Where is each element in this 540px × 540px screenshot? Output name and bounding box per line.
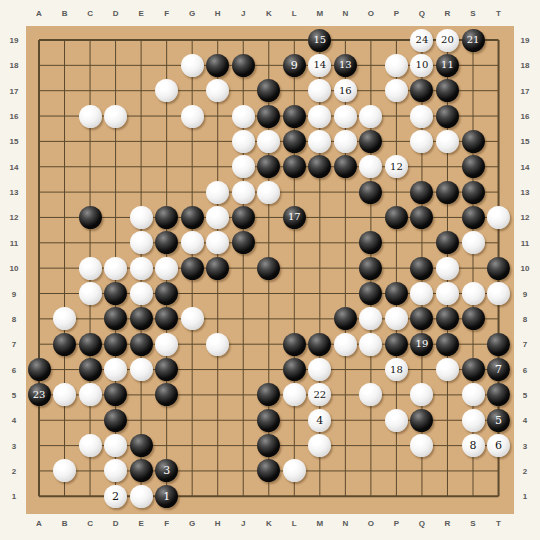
coord-label-top-M: M bbox=[316, 9, 323, 18]
move-number: 18 bbox=[390, 365, 403, 375]
stone-black: 5 bbox=[487, 409, 510, 432]
coord-label-right-11: 11 bbox=[521, 238, 529, 247]
stone-black bbox=[130, 333, 153, 356]
move-number: 16 bbox=[339, 86, 352, 96]
coord-label-right-15: 15 bbox=[521, 137, 530, 146]
move-number: 5 bbox=[495, 415, 502, 426]
stone-black bbox=[104, 409, 127, 432]
coord-label-left-14: 14 bbox=[10, 162, 19, 171]
stone-white bbox=[462, 231, 485, 254]
coord-label-right-3: 3 bbox=[523, 441, 527, 450]
coord-label-right-1: 1 bbox=[523, 492, 527, 501]
coord-label-right-2: 2 bbox=[523, 466, 527, 475]
coord-label-top-N: N bbox=[342, 9, 348, 18]
stone-white bbox=[334, 130, 357, 153]
move-number: 17 bbox=[288, 212, 301, 222]
stone-black bbox=[462, 181, 485, 204]
coord-label-left-10: 10 bbox=[10, 264, 19, 273]
coord-label-left-2: 2 bbox=[12, 466, 16, 475]
coord-label-bottom-J: J bbox=[241, 519, 245, 528]
stone-black bbox=[462, 155, 485, 178]
stone-black bbox=[104, 333, 127, 356]
stone-black: 7 bbox=[487, 358, 510, 381]
stone-black bbox=[104, 282, 127, 305]
coord-label-bottom-F: F bbox=[164, 519, 169, 528]
stone-white bbox=[181, 105, 204, 128]
stone-white bbox=[155, 257, 178, 280]
coord-label-top-O: O bbox=[368, 9, 374, 18]
stone-black bbox=[79, 358, 102, 381]
stone-white bbox=[232, 181, 255, 204]
stone-black bbox=[436, 333, 459, 356]
stone-black bbox=[257, 105, 280, 128]
stone-white: 24 bbox=[410, 29, 433, 52]
stone-black bbox=[79, 206, 102, 229]
stone-black bbox=[283, 333, 306, 356]
coord-label-left-5: 5 bbox=[12, 390, 16, 399]
stone-black: 11 bbox=[436, 54, 459, 77]
stone-black bbox=[130, 459, 153, 482]
stone-black bbox=[385, 206, 408, 229]
stone-black bbox=[181, 257, 204, 280]
coord-label-bottom-K: K bbox=[266, 519, 272, 528]
stone-black bbox=[359, 181, 382, 204]
stone-white bbox=[155, 333, 178, 356]
stone-white bbox=[487, 206, 510, 229]
stone-white: 16 bbox=[334, 79, 357, 102]
stone-white bbox=[181, 231, 204, 254]
coord-label-left-3: 3 bbox=[12, 441, 16, 450]
coord-label-bottom-B: B bbox=[62, 519, 68, 528]
move-number: 7 bbox=[495, 364, 502, 375]
stone-white bbox=[257, 130, 280, 153]
stone-white bbox=[130, 257, 153, 280]
stone-white bbox=[130, 358, 153, 381]
stone-white bbox=[79, 282, 102, 305]
stone-black bbox=[155, 206, 178, 229]
move-number: 14 bbox=[313, 60, 326, 70]
stone-white bbox=[181, 307, 204, 330]
coord-label-left-12: 12 bbox=[10, 213, 19, 222]
stone-black bbox=[283, 155, 306, 178]
stone-white bbox=[487, 282, 510, 305]
stone-white bbox=[206, 181, 229, 204]
coord-label-bottom-P: P bbox=[394, 519, 399, 528]
stone-white bbox=[436, 257, 459, 280]
stone-white bbox=[385, 409, 408, 432]
move-number: 11 bbox=[441, 60, 454, 70]
move-number: 15 bbox=[313, 35, 326, 45]
stone-white bbox=[334, 105, 357, 128]
move-number: 22 bbox=[313, 390, 326, 400]
coord-label-bottom-R: R bbox=[445, 519, 451, 528]
coord-label-left-9: 9 bbox=[12, 289, 16, 298]
coord-label-top-T: T bbox=[496, 9, 501, 18]
stone-black bbox=[385, 282, 408, 305]
stone-black bbox=[436, 79, 459, 102]
stone-white bbox=[104, 257, 127, 280]
stone-white bbox=[462, 383, 485, 406]
stone-white bbox=[436, 282, 459, 305]
stone-white bbox=[385, 54, 408, 77]
coord-label-right-14: 14 bbox=[521, 162, 530, 171]
stone-black bbox=[283, 358, 306, 381]
stone-black bbox=[436, 105, 459, 128]
coord-label-left-17: 17 bbox=[10, 86, 19, 95]
move-number: 12 bbox=[390, 162, 403, 172]
stone-black: 9 bbox=[283, 54, 306, 77]
move-number: 9 bbox=[291, 60, 298, 71]
coord-label-right-12: 12 bbox=[521, 213, 530, 222]
stone-white bbox=[206, 206, 229, 229]
coord-label-right-9: 9 bbox=[523, 289, 527, 298]
stone-black bbox=[206, 257, 229, 280]
stone-black: 15 bbox=[308, 29, 331, 52]
stone-black bbox=[232, 206, 255, 229]
coord-label-top-B: B bbox=[62, 9, 68, 18]
stone-white bbox=[462, 409, 485, 432]
stone-black bbox=[462, 358, 485, 381]
stone-white bbox=[79, 257, 102, 280]
coord-label-top-K: K bbox=[266, 9, 272, 18]
move-number: 6 bbox=[495, 440, 502, 451]
stone-white bbox=[130, 231, 153, 254]
stone-black bbox=[130, 434, 153, 457]
stone-black bbox=[28, 358, 51, 381]
coord-label-right-10: 10 bbox=[521, 264, 530, 273]
coord-label-left-15: 15 bbox=[10, 137, 19, 146]
coord-label-top-H: H bbox=[215, 9, 221, 18]
coord-label-right-8: 8 bbox=[523, 314, 527, 323]
stone-black bbox=[410, 181, 433, 204]
stone-white bbox=[104, 105, 127, 128]
stone-white bbox=[308, 105, 331, 128]
stone-black bbox=[232, 231, 255, 254]
move-number: 2 bbox=[112, 491, 119, 502]
coord-label-bottom-O: O bbox=[368, 519, 374, 528]
stone-black bbox=[308, 333, 331, 356]
stone-black bbox=[283, 105, 306, 128]
move-number: 13 bbox=[339, 60, 352, 70]
coord-label-bottom-N: N bbox=[342, 519, 348, 528]
move-number: 4 bbox=[316, 415, 323, 426]
stone-white bbox=[334, 333, 357, 356]
coord-label-right-16: 16 bbox=[521, 112, 530, 121]
coord-label-left-19: 19 bbox=[10, 36, 19, 45]
stone-white bbox=[104, 358, 127, 381]
coord-label-right-6: 6 bbox=[523, 365, 527, 374]
stone-white bbox=[130, 282, 153, 305]
coord-label-left-13: 13 bbox=[10, 188, 19, 197]
go-diagram: AABBCCDDEEFFGGHHJJKKLLMMNNOOPPQQRRSSTT19… bbox=[0, 0, 540, 540]
coord-label-top-Q: Q bbox=[419, 9, 425, 18]
stone-black: 13 bbox=[334, 54, 357, 77]
move-number: 20 bbox=[441, 35, 454, 45]
coord-label-top-A: A bbox=[36, 9, 42, 18]
coord-label-top-E: E bbox=[138, 9, 143, 18]
stone-white bbox=[79, 105, 102, 128]
coord-label-left-8: 8 bbox=[12, 314, 16, 323]
stone-black: 21 bbox=[462, 29, 485, 52]
coord-label-bottom-T: T bbox=[496, 519, 501, 528]
stone-white bbox=[181, 54, 204, 77]
stone-black bbox=[487, 333, 510, 356]
stone-black bbox=[487, 257, 510, 280]
coord-label-top-C: C bbox=[87, 9, 93, 18]
coord-label-top-D: D bbox=[113, 9, 119, 18]
coord-label-bottom-H: H bbox=[215, 519, 221, 528]
stone-black: 23 bbox=[28, 383, 51, 406]
stone-black bbox=[462, 130, 485, 153]
stone-white: 20 bbox=[436, 29, 459, 52]
coord-label-right-7: 7 bbox=[523, 340, 527, 349]
move-number: 3 bbox=[163, 465, 170, 476]
move-number: 1 bbox=[163, 491, 170, 502]
coord-label-left-16: 16 bbox=[10, 112, 19, 121]
stone-black bbox=[257, 409, 280, 432]
move-number: 24 bbox=[416, 35, 429, 45]
stone-white bbox=[206, 333, 229, 356]
stone-black bbox=[181, 206, 204, 229]
coord-label-left-1: 1 bbox=[12, 492, 16, 501]
coord-label-bottom-E: E bbox=[138, 519, 143, 528]
stone-white bbox=[410, 105, 433, 128]
stone-white: 18 bbox=[385, 358, 408, 381]
coord-label-left-7: 7 bbox=[12, 340, 16, 349]
stone-white bbox=[232, 130, 255, 153]
stone-black bbox=[462, 307, 485, 330]
coord-label-right-19: 19 bbox=[521, 36, 530, 45]
coord-label-bottom-S: S bbox=[470, 519, 475, 528]
stone-white bbox=[130, 485, 153, 508]
stone-white bbox=[385, 79, 408, 102]
stone-white: 8 bbox=[462, 434, 485, 457]
stone-white bbox=[257, 181, 280, 204]
stone-black bbox=[155, 282, 178, 305]
move-number: 19 bbox=[416, 339, 429, 349]
coord-label-left-11: 11 bbox=[10, 238, 18, 247]
stone-white bbox=[130, 206, 153, 229]
coord-label-bottom-G: G bbox=[189, 519, 195, 528]
stone-black bbox=[359, 257, 382, 280]
coord-label-right-13: 13 bbox=[521, 188, 530, 197]
stone-black bbox=[79, 333, 102, 356]
coord-label-top-F: F bbox=[164, 9, 169, 18]
stone-white: 4 bbox=[308, 409, 331, 432]
stone-black bbox=[410, 257, 433, 280]
coord-label-top-P: P bbox=[394, 9, 399, 18]
coord-label-top-R: R bbox=[445, 9, 451, 18]
stone-white bbox=[79, 434, 102, 457]
stone-black bbox=[385, 333, 408, 356]
coord-label-top-J: J bbox=[241, 9, 245, 18]
coord-label-top-L: L bbox=[292, 9, 297, 18]
stone-white bbox=[436, 130, 459, 153]
coord-label-right-18: 18 bbox=[521, 61, 530, 70]
stone-white bbox=[462, 282, 485, 305]
coord-label-left-4: 4 bbox=[12, 416, 16, 425]
move-number: 10 bbox=[416, 60, 429, 70]
coord-label-top-S: S bbox=[470, 9, 475, 18]
move-number: 21 bbox=[467, 35, 480, 45]
move-number: 23 bbox=[33, 390, 46, 400]
stone-white bbox=[79, 383, 102, 406]
stone-black bbox=[462, 206, 485, 229]
stone-white bbox=[232, 155, 255, 178]
coord-label-bottom-D: D bbox=[113, 519, 119, 528]
stone-white bbox=[359, 333, 382, 356]
stone-black: 1 bbox=[155, 485, 178, 508]
stone-black bbox=[257, 257, 280, 280]
stone-black: 17 bbox=[283, 206, 306, 229]
coord-label-right-4: 4 bbox=[523, 416, 527, 425]
coord-label-left-18: 18 bbox=[10, 61, 19, 70]
stone-black bbox=[53, 333, 76, 356]
stone-white: 12 bbox=[385, 155, 408, 178]
stone-black bbox=[130, 307, 153, 330]
move-number: 8 bbox=[470, 440, 477, 451]
stone-black bbox=[283, 130, 306, 153]
coord-label-bottom-Q: Q bbox=[419, 519, 425, 528]
stone-white bbox=[232, 105, 255, 128]
coord-label-right-17: 17 bbox=[521, 86, 530, 95]
coord-label-bottom-A: A bbox=[36, 519, 42, 528]
stone-black bbox=[436, 181, 459, 204]
coord-label-bottom-C: C bbox=[87, 519, 93, 528]
stone-white: 6 bbox=[487, 434, 510, 457]
coord-label-bottom-L: L bbox=[292, 519, 297, 528]
coord-label-left-6: 6 bbox=[12, 365, 16, 374]
stone-black bbox=[206, 54, 229, 77]
stone-white bbox=[436, 358, 459, 381]
stone-white: 2 bbox=[104, 485, 127, 508]
stone-black: 19 bbox=[410, 333, 433, 356]
stone-black bbox=[232, 54, 255, 77]
stone-white bbox=[359, 105, 382, 128]
stone-black bbox=[334, 155, 357, 178]
coord-label-right-5: 5 bbox=[523, 390, 527, 399]
coord-label-top-G: G bbox=[189, 9, 195, 18]
coord-label-bottom-M: M bbox=[316, 519, 323, 528]
